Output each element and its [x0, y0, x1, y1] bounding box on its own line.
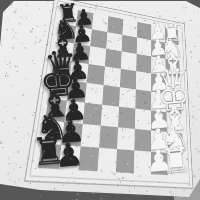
chessboard-photo: ♜♟♟♜♞♟♟♞♝♟♟♝♛♟♟♛♚♟♟♚♝♟♟♝♞♟♟♞♜♟♟♜ [0, 0, 200, 200]
pieces-layer: ♜♟♟♜♞♟♟♞♝♟♟♝♛♟♟♛♚♟♟♚♝♟♟♝♞♟♟♞♜♟♟♜ [0, 0, 200, 200]
black-pawn: ♟ [53, 138, 85, 173]
white-rook: ♜ [159, 143, 192, 179]
